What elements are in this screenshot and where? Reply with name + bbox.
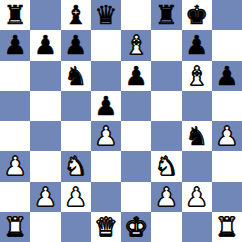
square-d4[interactable]: ♟ [91,121,121,151]
square-d1[interactable]: ♛ [91,212,121,242]
square-f4[interactable] [151,121,181,151]
square-c4[interactable] [61,121,91,151]
square-g1[interactable] [182,212,212,242]
square-g3[interactable] [182,151,212,181]
square-b4[interactable] [30,121,60,151]
black-pawn[interactable]: ♟ [3,30,26,60]
square-g7[interactable]: ♟ [182,30,212,60]
square-e4[interactable] [121,121,151,151]
square-f2[interactable]: ♟ [151,182,181,212]
square-g8[interactable]: ♚ [182,0,212,30]
white-pawn[interactable]: ♟ [3,151,26,181]
chess-board: ♜♝♛♜♚♟♟♟♝♟♞♟♝♟♟♟♞♟♟♞♞♟♟♟♟♜♛♚♜ [0,0,242,242]
square-a4[interactable] [0,121,30,151]
white-pawn[interactable]: ♟ [94,121,117,151]
square-h1[interactable]: ♜ [212,212,242,242]
square-f5[interactable] [151,91,181,121]
black-pawn[interactable]: ♟ [34,30,57,60]
square-h5[interactable] [212,91,242,121]
black-knight[interactable]: ♞ [64,61,87,91]
square-e2[interactable] [121,182,151,212]
square-e3[interactable] [121,151,151,181]
square-f7[interactable] [151,30,181,60]
square-h3[interactable] [212,151,242,181]
square-a1[interactable]: ♜ [0,212,30,242]
square-h4[interactable]: ♟ [212,121,242,151]
square-h6[interactable]: ♟ [212,61,242,91]
square-f8[interactable]: ♜ [151,0,181,30]
square-c1[interactable] [61,212,91,242]
square-a7[interactable]: ♟ [0,30,30,60]
black-knight[interactable]: ♞ [185,121,208,151]
square-c5[interactable] [61,91,91,121]
square-a3[interactable]: ♟ [0,151,30,181]
square-a6[interactable] [0,61,30,91]
white-knight[interactable]: ♞ [155,151,178,181]
black-king[interactable]: ♚ [185,0,208,30]
square-a8[interactable]: ♜ [0,0,30,30]
black-pawn[interactable]: ♟ [64,30,87,60]
black-pawn[interactable]: ♟ [124,61,147,91]
white-pawn[interactable]: ♟ [34,182,57,212]
square-b6[interactable] [30,61,60,91]
white-pawn[interactable]: ♟ [215,121,238,151]
white-bishop[interactable]: ♝ [185,61,208,91]
white-queen[interactable]: ♛ [94,212,117,242]
square-b8[interactable] [30,0,60,30]
square-e1[interactable]: ♚ [121,212,151,242]
black-pawn[interactable]: ♟ [215,61,238,91]
white-rook[interactable]: ♜ [3,212,26,242]
white-rook[interactable]: ♜ [215,212,238,242]
white-pawn[interactable]: ♟ [64,182,87,212]
white-knight[interactable]: ♞ [64,151,87,181]
square-f3[interactable]: ♞ [151,151,181,181]
white-bishop[interactable]: ♝ [124,30,147,60]
square-b2[interactable]: ♟ [30,182,60,212]
white-pawn[interactable]: ♟ [155,182,178,212]
square-c2[interactable]: ♟ [61,182,91,212]
black-queen[interactable]: ♛ [94,0,117,30]
square-d5[interactable]: ♟ [91,91,121,121]
square-g6[interactable]: ♝ [182,61,212,91]
square-c7[interactable]: ♟ [61,30,91,60]
square-a2[interactable] [0,182,30,212]
black-pawn[interactable]: ♟ [185,30,208,60]
white-king[interactable]: ♚ [124,212,147,242]
square-e8[interactable] [121,0,151,30]
square-g5[interactable] [182,91,212,121]
square-h7[interactable] [212,30,242,60]
square-b1[interactable] [30,212,60,242]
square-c8[interactable]: ♝ [61,0,91,30]
black-bishop[interactable]: ♝ [64,0,87,30]
square-g4[interactable]: ♞ [182,121,212,151]
black-rook[interactable]: ♜ [3,0,26,30]
square-g2[interactable]: ♟ [182,182,212,212]
square-b7[interactable]: ♟ [30,30,60,60]
square-b3[interactable] [30,151,60,181]
square-h2[interactable] [212,182,242,212]
square-b5[interactable] [30,91,60,121]
black-rook[interactable]: ♜ [155,0,178,30]
square-d8[interactable]: ♛ [91,0,121,30]
black-pawn[interactable]: ♟ [94,91,117,121]
square-e5[interactable] [121,91,151,121]
square-e6[interactable]: ♟ [121,61,151,91]
square-c6[interactable]: ♞ [61,61,91,91]
square-f1[interactable] [151,212,181,242]
square-f6[interactable] [151,61,181,91]
square-e7[interactable]: ♝ [121,30,151,60]
square-d7[interactable] [91,30,121,60]
square-d3[interactable] [91,151,121,181]
square-c3[interactable]: ♞ [61,151,91,181]
white-pawn[interactable]: ♟ [185,182,208,212]
square-a5[interactable] [0,91,30,121]
square-d2[interactable] [91,182,121,212]
square-h8[interactable] [212,0,242,30]
square-d6[interactable] [91,61,121,91]
